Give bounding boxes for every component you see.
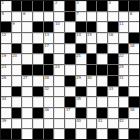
grid-cell-black <box>87 22 97 32</box>
clue-number: 21 <box>76 54 81 58</box>
grid-cell-black <box>76 22 86 32</box>
grid-cell-black <box>1 129 11 139</box>
clue-number: 2 <box>55 1 57 5</box>
grid-cell-white[interactable] <box>22 119 32 129</box>
grid-cell-white[interactable]: 39 <box>1 119 11 129</box>
grid-cell-black <box>65 1 75 11</box>
grid-cell-white[interactable] <box>54 97 64 107</box>
grid-cell-white[interactable] <box>97 12 107 22</box>
grid-cell-black <box>12 108 22 118</box>
grid-cell-white[interactable] <box>44 119 54 129</box>
clue-number: 10 <box>55 22 60 26</box>
grid-cell-white[interactable] <box>1 44 11 54</box>
grid-cell-white[interactable]: 27 <box>22 76 32 86</box>
grid-cell-white[interactable]: 23 <box>1 65 11 75</box>
clue-number: 11 <box>119 22 124 26</box>
grid-cell-white[interactable] <box>97 129 107 139</box>
grid-cell-black <box>12 44 22 54</box>
clue-number: 4 <box>108 1 110 5</box>
grid-cell-white[interactable]: 24 <box>54 65 64 75</box>
grid-cell-white[interactable] <box>22 44 32 54</box>
grid-cell-white[interactable] <box>65 87 75 97</box>
grid-cell-white[interactable]: 19 <box>1 54 11 64</box>
grid-cell-white[interactable]: 29 <box>76 76 86 86</box>
grid-cell-white[interactable]: 10 <box>54 22 64 32</box>
clue-number: 35 <box>76 97 81 101</box>
grid-cell-white[interactable] <box>12 76 22 86</box>
grid-cell-black <box>97 108 107 118</box>
grid-cell-black <box>65 76 75 86</box>
grid-cell-white[interactable] <box>54 76 64 86</box>
grid-cell-white[interactable]: 33 <box>108 87 118 97</box>
grid-cell-black <box>44 1 54 11</box>
grid-cell-black <box>119 108 129 118</box>
grid-cell-black <box>33 108 43 118</box>
grid-cell-white[interactable] <box>97 76 107 86</box>
grid-cell-white[interactable]: 15 <box>87 33 97 43</box>
grid-cell-white[interactable] <box>12 97 22 107</box>
grid-cell-white[interactable] <box>65 65 75 75</box>
clue-number: 17 <box>44 44 49 48</box>
grid-cell-white[interactable] <box>87 119 97 129</box>
grid-cell-black <box>65 12 75 22</box>
clue-number: 8 <box>130 12 132 16</box>
grid-cell-white[interactable] <box>54 129 64 139</box>
grid-cell-white[interactable] <box>12 119 22 129</box>
clue-number: 34 <box>2 97 7 101</box>
grid-cell-black <box>33 44 43 54</box>
clue-number: 1 <box>2 1 4 5</box>
grid-cell-white[interactable]: 12 <box>1 33 11 43</box>
grid-cell-black <box>44 129 54 139</box>
clue-number: 39 <box>2 119 7 123</box>
crossword-puzzle: 1234567891011121314151617181920212223242… <box>0 0 140 140</box>
grid-cell-white[interactable] <box>12 33 22 43</box>
grid-cell-white[interactable] <box>108 97 118 107</box>
grid-cell-white[interactable]: 26 <box>1 76 11 86</box>
grid-cell-black <box>129 97 139 107</box>
grid-cell-white[interactable] <box>54 44 64 54</box>
grid-cell-white[interactable] <box>33 76 43 86</box>
grid-cell-black <box>87 54 97 64</box>
grid-cell-white[interactable] <box>87 97 97 107</box>
grid-cell-black <box>108 65 118 75</box>
grid-cell-black <box>76 87 86 97</box>
grid-cell-white[interactable]: 7 <box>76 12 86 22</box>
grid-cell-white[interactable] <box>54 119 64 129</box>
clue-number: 13 <box>44 33 49 37</box>
grid-cell-white[interactable] <box>87 108 97 118</box>
clue-number: 29 <box>76 76 81 80</box>
grid-cell-black <box>12 129 22 139</box>
grid-cell-black <box>76 108 86 118</box>
grid-cell-white[interactable] <box>129 65 139 75</box>
grid-cell-white[interactable]: 8 <box>129 12 139 22</box>
grid-cell-white[interactable] <box>1 108 11 118</box>
grid-cell-white[interactable] <box>22 33 32 43</box>
grid-cell-white[interactable] <box>65 119 75 129</box>
grid-cell-white[interactable] <box>119 129 129 139</box>
grid-cell-white[interactable] <box>22 97 32 107</box>
grid-cell-white[interactable] <box>65 44 75 54</box>
grid-cell-black <box>65 54 75 64</box>
grid-cell-white[interactable] <box>129 76 139 86</box>
grid-cell-white[interactable]: 40 <box>76 119 86 129</box>
grid-cell-white[interactable] <box>54 54 64 64</box>
grid-cell-white[interactable] <box>54 87 64 97</box>
clue-number: 22 <box>119 54 124 58</box>
grid-cell-white[interactable] <box>87 12 97 22</box>
grid-cell-black <box>97 87 107 97</box>
grid-cell-white[interactable]: 35 <box>76 97 86 107</box>
grid-cell-black <box>12 87 22 97</box>
grid-cell-white[interactable]: 1 <box>1 1 11 11</box>
clue-number: 33 <box>108 87 113 91</box>
grid-cell-black <box>65 97 75 107</box>
grid-cell-white[interactable]: 3 <box>76 1 86 11</box>
grid-cell-white[interactable] <box>1 87 11 97</box>
grid-cell-white[interactable]: 17 <box>44 44 54 54</box>
grid-cell-white[interactable]: 13 <box>44 33 54 43</box>
grid-cell-white[interactable]: 5 <box>1 12 11 22</box>
grid-cell-white[interactable]: 22 <box>119 54 129 64</box>
clue-number: 38 <box>130 108 135 112</box>
grid-cell-white[interactable]: 6 <box>22 12 32 22</box>
grid-cell-white[interactable]: 42 <box>119 119 129 129</box>
grid-cell-black <box>108 22 118 32</box>
grid-cell-white[interactable]: 2 <box>54 1 64 11</box>
grid-cell-white[interactable] <box>44 12 54 22</box>
grid-cell-black <box>119 1 129 11</box>
grid-cell-black <box>44 65 54 75</box>
grid-cell-black <box>33 129 43 139</box>
grid-cell-white[interactable] <box>22 87 32 97</box>
grid-cell-white[interactable] <box>33 54 43 64</box>
grid-cell-white[interactable] <box>22 108 32 118</box>
grid-cell-black <box>33 87 43 97</box>
clue-number: 24 <box>55 65 60 69</box>
grid-cell-white[interactable] <box>54 33 64 43</box>
grid-cell-black <box>12 1 22 11</box>
grid-cell-black <box>97 44 107 54</box>
grid-cell-black <box>108 129 118 139</box>
clue-number: 31 <box>119 76 124 80</box>
grid-cell-black <box>65 33 75 43</box>
grid-cell-white[interactable]: 20 <box>12 54 22 64</box>
grid-cell-white[interactable]: 9 <box>12 22 22 32</box>
grid-cell-black <box>129 33 139 43</box>
clue-number: 12 <box>2 33 7 37</box>
grid-cell-white[interactable] <box>129 87 139 97</box>
grid-cell-white[interactable] <box>119 12 129 22</box>
grid-cell-white[interactable]: 18 <box>129 44 139 54</box>
grid-cell-white[interactable] <box>108 119 118 129</box>
grid-cell-white[interactable] <box>97 22 107 32</box>
clue-number: 27 <box>23 76 28 80</box>
grid-cell-white[interactable] <box>97 97 107 107</box>
grid-cell-black <box>87 129 97 139</box>
grid-cell-white[interactable]: 4 <box>108 1 118 11</box>
grid-cell-white[interactable] <box>87 44 97 54</box>
grid-cell-black <box>129 1 139 11</box>
grid-cell-white[interactable] <box>108 12 118 22</box>
grid-cell-black <box>33 1 43 11</box>
grid-cell-black <box>33 22 43 32</box>
grid-cell-white[interactable]: 37 <box>65 108 75 118</box>
grid-cell-black <box>33 65 43 75</box>
clue-number: 40 <box>76 119 81 123</box>
grid-cell-white[interactable]: 11 <box>119 22 129 32</box>
clue-number: 36 <box>44 108 49 112</box>
grid-cell-white[interactable] <box>33 33 43 43</box>
grid-cell-black <box>1 22 11 32</box>
crossword-board: 1234567891011121314151617181920212223242… <box>1 1 139 139</box>
grid-cell-white[interactable]: 34 <box>1 97 11 107</box>
grid-cell-black <box>76 44 86 54</box>
grid-cell-black <box>97 65 107 75</box>
grid-cell-white[interactable] <box>119 97 129 107</box>
grid-cell-black <box>97 1 107 11</box>
grid-cell-white[interactable] <box>33 12 43 22</box>
grid-cell-black <box>65 129 75 139</box>
grid-cell-white[interactable] <box>108 108 118 118</box>
clue-number: 28 <box>44 76 49 80</box>
clue-number: 25 <box>119 65 124 69</box>
clue-number: 7 <box>76 12 78 16</box>
grid-cell-white[interactable] <box>87 87 97 97</box>
clue-number: 15 <box>87 33 92 37</box>
grid-cell-white[interactable] <box>33 97 43 107</box>
grid-cell-black <box>108 76 118 86</box>
grid-cell-white[interactable]: 14 <box>76 33 86 43</box>
clue-number: 41 <box>98 119 103 123</box>
clue-number: 6 <box>23 12 25 16</box>
grid-cell-white[interactable]: 30 <box>87 76 97 86</box>
grid-cell-white[interactable] <box>54 12 64 22</box>
grid-cell-white[interactable]: 21 <box>76 54 86 64</box>
grid-cell-black <box>129 129 139 139</box>
grid-cell-white[interactable] <box>33 119 43 129</box>
grid-cell-white[interactable] <box>54 108 64 118</box>
grid-cell-white[interactable] <box>12 12 22 22</box>
clue-number: 19 <box>2 54 7 58</box>
grid-cell-black <box>22 1 32 11</box>
grid-cell-black <box>44 22 54 32</box>
clue-number: 23 <box>2 65 7 69</box>
clue-number: 5 <box>2 12 4 16</box>
grid-cell-black <box>108 54 118 64</box>
grid-cell-white[interactable] <box>22 54 32 64</box>
grid-cell-white[interactable] <box>129 22 139 32</box>
grid-cell-white[interactable] <box>97 54 107 64</box>
grid-cell-white[interactable]: 25 <box>119 65 129 75</box>
grid-cell-black <box>119 87 129 97</box>
clue-number: 42 <box>119 119 124 123</box>
grid-cell-white[interactable]: 38 <box>129 108 139 118</box>
clue-number: 9 <box>12 22 14 26</box>
clue-number: 16 <box>108 33 113 37</box>
grid-cell-white[interactable] <box>44 97 54 107</box>
grid-cell-white[interactable]: 36 <box>44 108 54 118</box>
clue-number: 3 <box>76 1 78 5</box>
grid-cell-white[interactable]: 28 <box>44 76 54 86</box>
grid-cell-black <box>22 65 32 75</box>
clue-number: 30 <box>87 76 92 80</box>
grid-cell-white[interactable] <box>76 65 86 75</box>
grid-cell-white[interactable] <box>119 33 129 43</box>
clue-number: 14 <box>76 33 81 37</box>
grid-cell-white[interactable] <box>76 129 86 139</box>
grid-cell-white[interactable]: 32 <box>44 87 54 97</box>
clue-number: 37 <box>66 108 71 112</box>
grid-cell-white[interactable] <box>97 33 107 43</box>
grid-cell-white[interactable]: 16 <box>108 33 118 43</box>
grid-cell-black <box>87 1 97 11</box>
grid-cell-white[interactable] <box>22 129 32 139</box>
grid-cell-white[interactable] <box>108 44 118 54</box>
clue-number: 26 <box>2 76 7 80</box>
clue-number: 32 <box>44 87 49 91</box>
clue-number: 18 <box>130 44 135 48</box>
clue-number: 20 <box>12 54 17 58</box>
grid-cell-white[interactable] <box>22 22 32 32</box>
grid-cell-black <box>119 44 129 54</box>
grid-cell-white[interactable] <box>129 54 139 64</box>
grid-cell-white[interactable] <box>12 65 22 75</box>
grid-cell-white[interactable]: 31 <box>119 76 129 86</box>
grid-cell-black <box>87 65 97 75</box>
grid-cell-white[interactable] <box>65 22 75 32</box>
grid-cell-white[interactable] <box>129 119 139 129</box>
grid-cell-black <box>44 54 54 64</box>
grid-cell-white[interactable]: 41 <box>97 119 107 129</box>
